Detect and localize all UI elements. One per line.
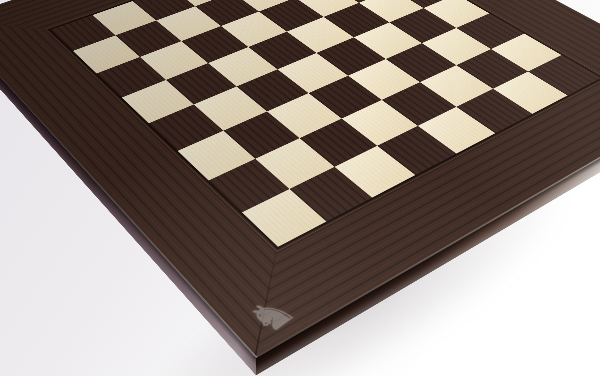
chessboard: ♞: [0, 0, 600, 358]
board-photo-stage: ♞: [0, 0, 600, 376]
